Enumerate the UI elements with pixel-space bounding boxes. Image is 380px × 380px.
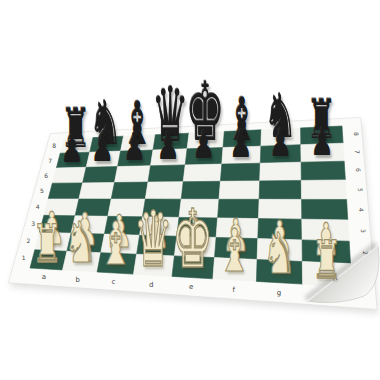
piece-black-pawn-d7[interactable]: ♟ [157,131,180,161]
piece-white-bishop-f1[interactable]: ♝ [218,229,252,275]
pieces-layer: ♜♞♝♛♚♝♞♜♟♟♟♟♟♟♟♟♟♟♟♟♟♟♟♟♜♞♝♛♚♝♞♜ [0,0,380,380]
piece-white-king-e1[interactable]: ♚ [172,210,213,273]
piece-white-queen-d1[interactable]: ♛ [133,210,172,270]
piece-white-knight-b1[interactable]: ♞ [64,222,98,266]
piece-black-pawn-b7[interactable]: ♟ [91,133,114,163]
piece-white-bishop-c1[interactable]: ♝ [99,222,133,268]
piece-white-rook-h1[interactable]: ♜ [311,239,341,280]
piece-black-pawn-a7[interactable]: ♟ [60,133,83,163]
piece-black-pawn-g7[interactable]: ♟ [269,128,292,158]
piece-white-knight-g1[interactable]: ♞ [262,233,296,277]
piece-black-pawn-e7[interactable]: ♟ [192,130,215,160]
piece-black-pawn-f7[interactable]: ♟ [229,129,252,159]
piece-black-pawn-h7[interactable]: ♟ [310,127,333,157]
piece-black-pawn-c7[interactable]: ♟ [123,132,146,162]
piece-white-rook-a1[interactable]: ♜ [32,223,62,264]
chess-mat-product-photo: abcdefgh876543218765432 ♜♞♝♛♚♝♞♜♟♟♟♟♟♟♟♟… [0,0,380,380]
